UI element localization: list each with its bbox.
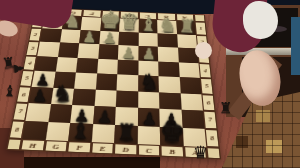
square-h7 bbox=[26, 103, 51, 121]
chess-board-frame: HGFEDCBA1♜♞♚♛♝♞♜12♟♟23♟♟3445♟♞56♟♞67♟♟♟♟… bbox=[6, 7, 221, 159]
board-frame-corner bbox=[208, 148, 220, 158]
file-letter: B bbox=[169, 147, 175, 156]
square-a1: ♜ bbox=[176, 21, 196, 35]
square-b2 bbox=[157, 33, 177, 48]
file-label-e-bottom: E bbox=[92, 143, 113, 153]
square-c3: ♟ bbox=[138, 46, 158, 61]
square-f7: ♟ bbox=[70, 105, 94, 124]
square-f4 bbox=[76, 58, 98, 74]
file-letter: B bbox=[164, 14, 169, 20]
board-frame-corner bbox=[195, 15, 205, 22]
file-label-c-top: C bbox=[139, 13, 156, 20]
right-player-sleeve-cuff bbox=[243, 1, 278, 39]
square-e8 bbox=[91, 124, 115, 144]
captured-black-queen: ♛ bbox=[193, 144, 208, 161]
square-g2 bbox=[60, 29, 81, 43]
square-d1: ♛ bbox=[119, 18, 138, 32]
square-h6: ♟ bbox=[29, 87, 53, 105]
square-b8: ♚ bbox=[160, 126, 183, 146]
square-e2: ♟ bbox=[99, 31, 119, 45]
rank-label-4-right: 4 bbox=[200, 64, 211, 78]
square-e5 bbox=[95, 73, 117, 90]
file-letter: A bbox=[182, 15, 187, 21]
square-a4 bbox=[178, 62, 200, 78]
square-c4 bbox=[138, 60, 159, 76]
file-letter: G bbox=[52, 142, 59, 151]
file-label-b-top: B bbox=[158, 13, 175, 20]
square-e7: ♟ bbox=[93, 106, 116, 125]
square-d5 bbox=[117, 74, 138, 91]
square-b6 bbox=[159, 92, 181, 110]
file-letter: E bbox=[99, 144, 105, 153]
piece-shadow bbox=[118, 137, 134, 144]
square-g4 bbox=[55, 57, 77, 73]
webcam-photo-chess-scene: HGFEDCBA1♜♞♚♛♝♞♜12♟♟23♟♟3445♟♞56♟♞67♟♟♟♟… bbox=[0, 0, 300, 168]
square-f1 bbox=[81, 17, 101, 31]
square-c2 bbox=[138, 32, 158, 47]
square-b1: ♞ bbox=[157, 20, 177, 34]
piece-shadow bbox=[164, 139, 180, 146]
file-letter: C bbox=[146, 146, 152, 155]
square-f6 bbox=[72, 88, 95, 106]
square-a7 bbox=[181, 110, 204, 129]
file-letter: F bbox=[76, 143, 83, 152]
square-d3: ♟ bbox=[118, 45, 138, 60]
square-e4 bbox=[97, 58, 118, 74]
square-h8 bbox=[22, 121, 48, 141]
square-f3 bbox=[78, 43, 99, 58]
piece-shadow bbox=[72, 135, 89, 142]
file-label-g-bottom: G bbox=[45, 141, 67, 151]
square-c8 bbox=[137, 125, 160, 145]
file-label-h-bottom: H bbox=[22, 140, 44, 150]
square-e1: ♚ bbox=[100, 18, 120, 32]
square-c5: ♞ bbox=[138, 75, 159, 92]
square-e6 bbox=[94, 89, 117, 107]
square-f5 bbox=[74, 73, 96, 90]
captured-black-bishop: ♝ bbox=[2, 84, 16, 100]
file-label-d-bottom: D bbox=[115, 144, 136, 154]
file-label-f-top: F bbox=[83, 10, 100, 17]
square-f8: ♝ bbox=[68, 123, 92, 143]
captured-black-pawn: ♟ bbox=[12, 62, 26, 75]
square-a5 bbox=[179, 77, 201, 94]
square-g6: ♞ bbox=[50, 87, 74, 105]
rank-label-8-left: 8 bbox=[10, 121, 24, 138]
file-label-d-top: D bbox=[121, 12, 138, 19]
square-h4 bbox=[35, 56, 58, 72]
square-b4 bbox=[158, 61, 179, 77]
file-letter: F bbox=[89, 11, 94, 17]
file-label-f-bottom: F bbox=[68, 142, 90, 152]
file-label-b-bottom: B bbox=[162, 146, 183, 156]
square-g8 bbox=[45, 122, 70, 142]
chess-board: HGFEDCBA1♜♞♚♛♝♞♜12♟♟23♟♟3445♟♞56♟♞67♟♟♟♟… bbox=[6, 7, 221, 159]
square-d4 bbox=[117, 59, 138, 75]
rank-label-5-right: 5 bbox=[201, 79, 213, 94]
file-letter: D bbox=[122, 145, 129, 154]
square-b7: ♟ bbox=[159, 109, 182, 128]
square-g7 bbox=[48, 104, 72, 123]
square-b5 bbox=[159, 76, 181, 93]
rank-label-1-right: 1 bbox=[196, 22, 206, 34]
file-letter: D bbox=[127, 12, 132, 18]
square-f2: ♟ bbox=[79, 30, 100, 44]
square-d6 bbox=[116, 90, 138, 108]
square-g3 bbox=[57, 42, 79, 57]
file-letter: H bbox=[29, 141, 37, 150]
square-b3 bbox=[158, 47, 178, 62]
rank-label-7-right: 7 bbox=[204, 112, 216, 128]
file-label-c-bottom: C bbox=[138, 145, 159, 155]
square-h5: ♟ bbox=[32, 71, 56, 88]
file-letter: E bbox=[108, 11, 113, 17]
square-c6 bbox=[138, 91, 160, 109]
board-frame-corner bbox=[8, 140, 21, 150]
square-a2 bbox=[177, 34, 197, 49]
captured-black-rook: ♜ bbox=[219, 101, 232, 116]
pale-cloth-near-board bbox=[195, 42, 212, 59]
square-h3 bbox=[37, 42, 59, 57]
square-c1: ♝ bbox=[138, 19, 157, 33]
rank-label-6-right: 6 bbox=[203, 95, 215, 110]
square-g5 bbox=[53, 72, 76, 89]
square-h2 bbox=[40, 28, 62, 42]
file-label-e-top: E bbox=[102, 11, 119, 18]
square-d2 bbox=[119, 31, 139, 45]
square-d8: ♜ bbox=[114, 125, 137, 145]
square-e3 bbox=[98, 44, 119, 59]
square-a6 bbox=[180, 93, 203, 111]
rank-label-7-left: 7 bbox=[14, 104, 28, 120]
square-c7: ♟ bbox=[137, 108, 159, 127]
file-letter: C bbox=[145, 13, 150, 19]
square-d7 bbox=[115, 107, 138, 126]
file-label-a-top: A bbox=[176, 14, 193, 21]
